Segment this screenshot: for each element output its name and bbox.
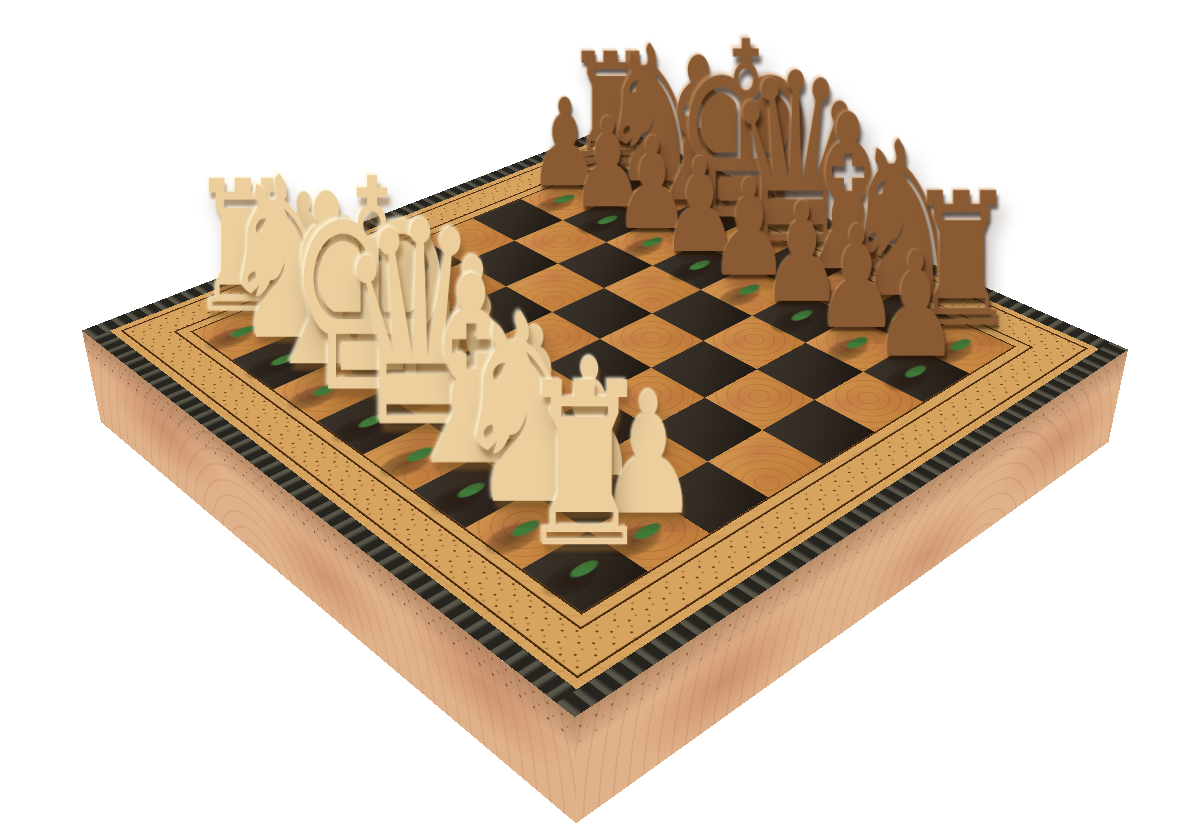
ornament-border-band: ♜♟♟♜♞♟♟♞♝♟♟♝♚♟♟♚♛♟♟♛♝♟♟♝♞♟♟♞♜♟♟♜ (121, 138, 1088, 679)
square-a7[interactable]: ♟ (863, 345, 970, 402)
square-a1[interactable]: ♜ (522, 531, 648, 612)
chess-set-product-photo: ♜♟♟♜♞♟♟♞♝♟♟♝♚♟♟♚♛♟♟♛♝♟♟♝♞♟♟♞♜♟♟♜ (0, 0, 1200, 840)
pawn-glyph: ♟ (872, 233, 959, 379)
leather-border: ♜♟♟♜♞♟♟♞♝♟♟♝♚♟♟♚♛♟♟♛♝♟♟♝♞♟♟♞♜♟♟♜ (110, 134, 1100, 689)
chess-board-box: ♜♟♟♜♞♟♟♞♝♟♟♝♚♟♟♚♛♟♟♛♝♟♟♝♞♟♟♞♜♟♟♜ (82, 125, 1128, 717)
rook-glyph: ♜ (517, 354, 652, 579)
